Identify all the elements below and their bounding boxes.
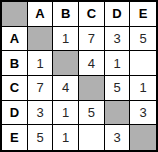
col-header-E: E <box>130 2 156 27</box>
cell-E-E <box>130 125 156 150</box>
col-header-B: B <box>53 2 79 27</box>
cell-E-A: 5 <box>28 125 54 150</box>
cell-A-B: 1 <box>53 27 79 52</box>
col-header-D: D <box>105 2 131 27</box>
row-header-C: C <box>2 76 28 101</box>
cell-D-C: 5 <box>79 101 105 126</box>
matrix-corner-cell <box>2 2 28 27</box>
cell-B-A: 1 <box>28 51 54 76</box>
cell-D-B: 1 <box>53 101 79 126</box>
cell-C-E: 1 <box>130 76 156 101</box>
cell-C-A: 7 <box>28 76 54 101</box>
cell-E-D: 3 <box>105 125 131 150</box>
row-header-E: E <box>2 125 28 150</box>
cell-C-D: 5 <box>105 76 131 101</box>
cell-E-B: 1 <box>53 125 79 150</box>
row-header-D: D <box>2 101 28 126</box>
row-header-A: A <box>2 27 28 52</box>
matrix-board: ABCDEA1735B141C7451D3153E513 <box>0 0 158 152</box>
cell-A-D: 3 <box>105 27 131 52</box>
cell-A-C: 7 <box>79 27 105 52</box>
cell-E-C <box>79 125 105 150</box>
cell-B-C: 4 <box>79 51 105 76</box>
cell-D-D <box>105 101 131 126</box>
col-header-C: C <box>79 2 105 27</box>
row-header-B: B <box>2 51 28 76</box>
cell-B-E <box>130 51 156 76</box>
cell-A-E: 5 <box>130 27 156 52</box>
cell-B-B <box>53 51 79 76</box>
cell-C-C <box>79 76 105 101</box>
cell-A-A <box>28 27 54 52</box>
col-header-A: A <box>28 2 54 27</box>
cell-B-D: 1 <box>105 51 131 76</box>
cell-C-B: 4 <box>53 76 79 101</box>
cell-D-A: 3 <box>28 101 54 126</box>
cell-D-E: 3 <box>130 101 156 126</box>
